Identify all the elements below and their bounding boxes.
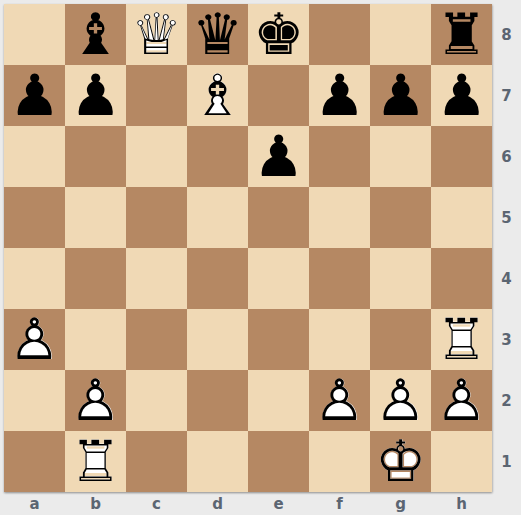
file-label-b: b [65, 492, 126, 515]
square-e5[interactable] [248, 187, 309, 248]
black-pawn[interactable]: ♟︎ [370, 65, 431, 126]
file-labels: abcdefgh [4, 492, 492, 515]
piece-outline-layer: ♕︎ [126, 4, 187, 65]
piece-outline-layer: ♙︎ [431, 370, 492, 431]
square-f4[interactable] [309, 248, 370, 309]
square-c8[interactable]: ♛︎♕︎ [126, 4, 187, 65]
rank-label-2: 2 [492, 370, 521, 431]
piece-outline-layer: ♙︎ [4, 309, 65, 370]
square-f1[interactable] [309, 431, 370, 492]
piece-glyph: ♟︎ [431, 65, 492, 126]
square-f8[interactable] [309, 4, 370, 65]
piece-glyph: ♛︎ [187, 4, 248, 65]
file-label-f: f [309, 492, 370, 515]
square-h5[interactable] [431, 187, 492, 248]
white-pawn[interactable]: ♟︎♙︎ [4, 309, 65, 370]
square-c3[interactable] [126, 309, 187, 370]
rank-label-1: 1 [492, 431, 521, 492]
square-c4[interactable] [126, 248, 187, 309]
square-c2[interactable] [126, 370, 187, 431]
square-g4[interactable] [370, 248, 431, 309]
square-d8[interactable]: ♛︎ [187, 4, 248, 65]
square-c7[interactable] [126, 65, 187, 126]
square-f7[interactable]: ♟︎ [309, 65, 370, 126]
rank-label-5: 5 [492, 187, 521, 248]
square-g7[interactable]: ♟︎ [370, 65, 431, 126]
square-g2[interactable]: ♟︎♙︎ [370, 370, 431, 431]
square-g8[interactable] [370, 4, 431, 65]
file-label-g: g [370, 492, 431, 515]
square-g6[interactable] [370, 126, 431, 187]
white-rook[interactable]: ♜︎♖︎ [65, 431, 126, 492]
square-d1[interactable] [187, 431, 248, 492]
rank-label-4: 4 [492, 248, 521, 309]
square-f2[interactable]: ♟︎♙︎ [309, 370, 370, 431]
piece-outline-layer: ♙︎ [370, 370, 431, 431]
rank-label-3: 3 [492, 309, 521, 370]
square-d2[interactable] [187, 370, 248, 431]
square-d3[interactable] [187, 309, 248, 370]
square-g5[interactable] [370, 187, 431, 248]
piece-outline-layer: ♗︎ [187, 65, 248, 126]
black-pawn[interactable]: ♟︎ [65, 65, 126, 126]
black-pawn[interactable]: ♟︎ [309, 65, 370, 126]
file-label-d: d [187, 492, 248, 515]
square-a8[interactable] [4, 4, 65, 65]
rank-label-6: 6 [492, 126, 521, 187]
piece-glyph: ♟︎ [65, 65, 126, 126]
square-a1[interactable] [4, 431, 65, 492]
square-e7[interactable] [248, 65, 309, 126]
file-label-a: a [4, 492, 65, 515]
square-a7[interactable]: ♟︎ [4, 65, 65, 126]
white-pawn[interactable]: ♟︎♙︎ [370, 370, 431, 431]
black-queen[interactable]: ♛︎ [187, 4, 248, 65]
piece-glyph: ♝︎ [65, 4, 126, 65]
black-rook[interactable]: ♜︎ [431, 4, 492, 65]
square-b7[interactable]: ♟︎ [65, 65, 126, 126]
piece-outline-layer: ♙︎ [65, 370, 126, 431]
square-h2[interactable]: ♟︎♙︎ [431, 370, 492, 431]
file-label-e: e [248, 492, 309, 515]
black-bishop[interactable]: ♝︎ [65, 4, 126, 65]
piece-outline-layer: ♙︎ [309, 370, 370, 431]
black-pawn[interactable]: ♟︎ [431, 65, 492, 126]
square-b5[interactable] [65, 187, 126, 248]
rank-label-8: 8 [492, 4, 521, 65]
piece-glyph: ♚︎ [248, 4, 309, 65]
square-h4[interactable] [431, 248, 492, 309]
square-d6[interactable] [187, 126, 248, 187]
piece-outline-layer: ♔︎ [370, 431, 431, 492]
square-b8[interactable]: ♝︎ [65, 4, 126, 65]
square-h3[interactable]: ♜︎♖︎ [431, 309, 492, 370]
square-f5[interactable] [309, 187, 370, 248]
white-king[interactable]: ♚︎♔︎ [370, 431, 431, 492]
black-pawn[interactable]: ♟︎ [248, 126, 309, 187]
white-queen[interactable]: ♛︎♕︎ [126, 4, 187, 65]
square-d5[interactable] [187, 187, 248, 248]
file-label-c: c [126, 492, 187, 515]
black-pawn[interactable]: ♟︎ [4, 65, 65, 126]
chess-board-panel: ♝︎♛︎♕︎♛︎♚︎♜︎♟︎♟︎♝︎♗︎♟︎♟︎♟︎♟︎♟︎♙︎♜︎♖︎♟︎♙︎… [0, 0, 521, 515]
square-e1[interactable] [248, 431, 309, 492]
square-a5[interactable] [4, 187, 65, 248]
square-e8[interactable]: ♚︎ [248, 4, 309, 65]
square-d7[interactable]: ♝︎♗︎ [187, 65, 248, 126]
rank-label-7: 7 [492, 65, 521, 126]
square-c5[interactable] [126, 187, 187, 248]
file-label-h: h [431, 492, 492, 515]
square-b3[interactable] [65, 309, 126, 370]
white-pawn[interactable]: ♟︎♙︎ [65, 370, 126, 431]
square-a3[interactable]: ♟︎♙︎ [4, 309, 65, 370]
white-pawn[interactable]: ♟︎♙︎ [309, 370, 370, 431]
white-bishop[interactable]: ♝︎♗︎ [187, 65, 248, 126]
square-h1[interactable] [431, 431, 492, 492]
chess-board: ♝︎♛︎♕︎♛︎♚︎♜︎♟︎♟︎♝︎♗︎♟︎♟︎♟︎♟︎♟︎♙︎♜︎♖︎♟︎♙︎… [4, 4, 492, 492]
rank-labels: 87654321 [492, 4, 521, 492]
square-d4[interactable] [187, 248, 248, 309]
square-c6[interactable] [126, 126, 187, 187]
square-g3[interactable] [370, 309, 431, 370]
square-a4[interactable] [4, 248, 65, 309]
piece-glyph: ♟︎ [309, 65, 370, 126]
white-rook[interactable]: ♜︎♖︎ [431, 309, 492, 370]
piece-glyph: ♟︎ [370, 65, 431, 126]
square-f3[interactable] [309, 309, 370, 370]
square-e3[interactable] [248, 309, 309, 370]
square-h7[interactable]: ♟︎ [431, 65, 492, 126]
square-b6[interactable] [65, 126, 126, 187]
piece-glyph: ♟︎ [248, 126, 309, 187]
piece-outline-layer: ♖︎ [65, 431, 126, 492]
square-b2[interactable]: ♟︎♙︎ [65, 370, 126, 431]
square-e6[interactable]: ♟︎ [248, 126, 309, 187]
square-b4[interactable] [65, 248, 126, 309]
black-king[interactable]: ♚︎ [248, 4, 309, 65]
square-h6[interactable] [431, 126, 492, 187]
piece-outline-layer: ♖︎ [431, 309, 492, 370]
white-pawn[interactable]: ♟︎♙︎ [431, 370, 492, 431]
square-a6[interactable] [4, 126, 65, 187]
square-b1[interactable]: ♜︎♖︎ [65, 431, 126, 492]
square-g1[interactable]: ♚︎♔︎ [370, 431, 431, 492]
piece-glyph: ♟︎ [4, 65, 65, 126]
piece-glyph: ♜︎ [431, 4, 492, 65]
square-h8[interactable]: ♜︎ [431, 4, 492, 65]
square-e4[interactable] [248, 248, 309, 309]
square-e2[interactable] [248, 370, 309, 431]
square-c1[interactable] [126, 431, 187, 492]
square-a2[interactable] [4, 370, 65, 431]
square-f6[interactable] [309, 126, 370, 187]
